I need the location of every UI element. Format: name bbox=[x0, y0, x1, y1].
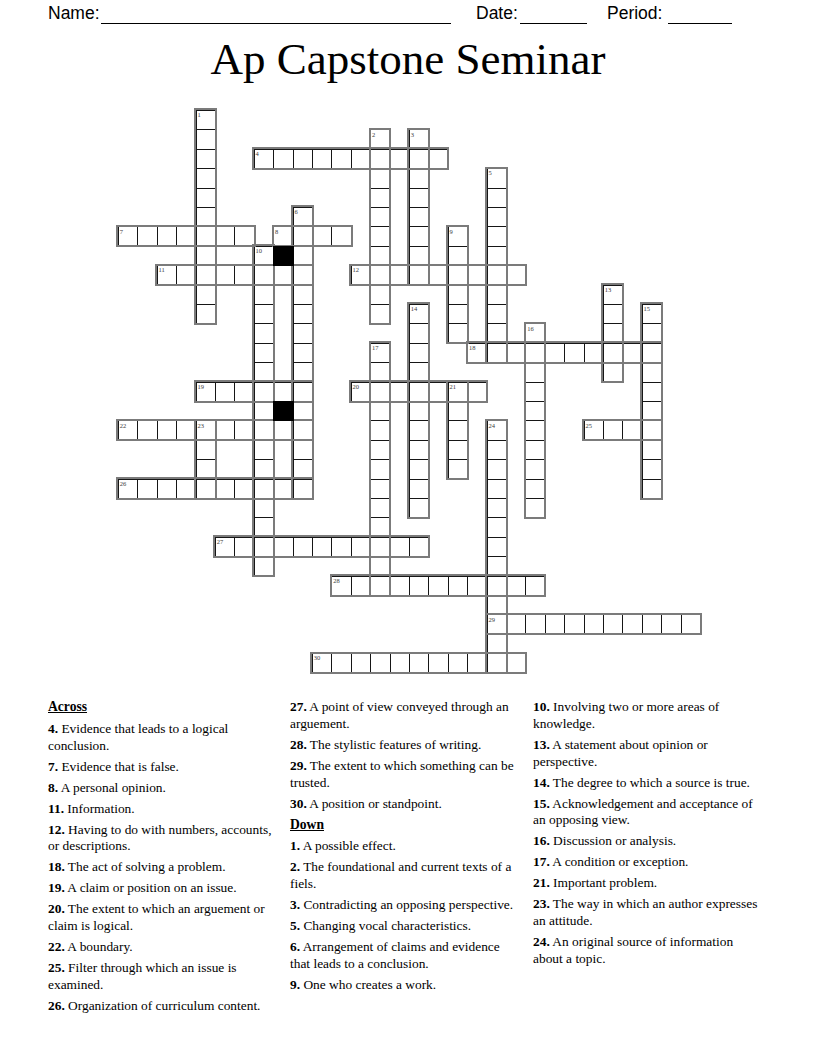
grid-cell[interactable] bbox=[487, 595, 507, 615]
grid-cell[interactable] bbox=[196, 188, 216, 208]
grid-cell[interactable] bbox=[273, 420, 293, 440]
grid-cell[interactable] bbox=[254, 401, 274, 421]
grid-cell[interactable] bbox=[661, 614, 681, 634]
grid-cell[interactable] bbox=[196, 285, 216, 305]
grid-cell[interactable] bbox=[312, 149, 332, 169]
grid-cell[interactable] bbox=[409, 246, 429, 266]
grid-cell[interactable] bbox=[351, 653, 371, 673]
clue-number-label: 19. bbox=[48, 880, 65, 895]
clue-d13: 13. A statement about opinion or perspec… bbox=[533, 737, 765, 771]
clue-d16: 16. Discussion or analysis. bbox=[533, 833, 765, 850]
grid-cell[interactable] bbox=[525, 479, 545, 499]
grid-cell[interactable] bbox=[487, 304, 507, 324]
grid-cell[interactable] bbox=[467, 343, 487, 363]
grid-cell[interactable] bbox=[487, 634, 507, 654]
grid-cell[interactable] bbox=[642, 362, 662, 382]
grid-cell[interactable] bbox=[254, 556, 274, 576]
clue-number-label: 28. bbox=[290, 737, 307, 752]
clue-a12: 12. Having to do with numbers, accounts,… bbox=[48, 822, 280, 856]
grid-cell[interactable] bbox=[293, 323, 313, 343]
grid-cell[interactable] bbox=[642, 420, 662, 440]
grid-cell[interactable] bbox=[525, 323, 545, 343]
clue-number-label: 6. bbox=[290, 939, 300, 954]
grid-cell[interactable] bbox=[428, 265, 448, 285]
clue-column-1: Across4. Evidence that leads to a logica… bbox=[48, 699, 280, 1019]
grid-cell[interactable] bbox=[293, 246, 313, 266]
grid-cell[interactable] bbox=[273, 537, 293, 557]
grid-cell[interactable] bbox=[409, 226, 429, 246]
grid-cell[interactable] bbox=[487, 576, 507, 596]
grid-cell[interactable] bbox=[487, 498, 507, 518]
clue-d2: 2. The foundational and current texts of… bbox=[290, 859, 522, 893]
grid-cell[interactable] bbox=[525, 459, 545, 479]
grid-cell[interactable] bbox=[196, 382, 216, 402]
grid-cell[interactable] bbox=[370, 653, 390, 673]
grid-cell[interactable] bbox=[642, 304, 662, 324]
grid-cell[interactable] bbox=[157, 226, 177, 246]
grid-cell[interactable] bbox=[370, 440, 390, 460]
grid-cell[interactable] bbox=[487, 653, 507, 673]
grid-cell[interactable] bbox=[293, 265, 313, 285]
grid-cell[interactable] bbox=[254, 440, 274, 460]
grid-cell[interactable] bbox=[254, 459, 274, 479]
clue-d10: 10. Involving two or more areas of knowl… bbox=[533, 699, 765, 733]
grid-cell[interactable] bbox=[390, 576, 410, 596]
grid-cell[interactable] bbox=[487, 188, 507, 208]
grid-cell[interactable] bbox=[409, 343, 429, 363]
name-blank-line[interactable] bbox=[101, 6, 451, 24]
grid-cell[interactable] bbox=[409, 537, 429, 557]
clue-number-label: 27. bbox=[290, 699, 307, 714]
grid-cell[interactable] bbox=[293, 226, 313, 246]
grid-cell[interactable] bbox=[487, 207, 507, 227]
grid-cell[interactable] bbox=[603, 323, 623, 343]
grid-cell[interactable] bbox=[234, 265, 254, 285]
clue-number-label: 22. bbox=[48, 939, 65, 954]
grid-cell[interactable] bbox=[331, 226, 351, 246]
clue-a7: 7. Evidence that is false. bbox=[48, 759, 280, 776]
grid-cell[interactable] bbox=[448, 323, 468, 343]
clue-d6: 6. Arrangement of claims and evidence th… bbox=[290, 939, 522, 973]
grid-cell[interactable] bbox=[370, 517, 390, 537]
grid-cell[interactable] bbox=[370, 479, 390, 499]
grid-cell[interactable] bbox=[448, 265, 468, 285]
grid-cell[interactable] bbox=[293, 479, 313, 499]
grid-cell[interactable] bbox=[254, 382, 274, 402]
grid-cell[interactable] bbox=[370, 498, 390, 518]
grid-cell[interactable] bbox=[331, 537, 351, 557]
grid-cell[interactable] bbox=[409, 323, 429, 343]
grid-cell[interactable] bbox=[603, 420, 623, 440]
grid-cell[interactable] bbox=[254, 517, 274, 537]
clue-column-3: 10. Involving two or more areas of knowl… bbox=[533, 699, 765, 972]
clue-a22: 22. A boundary. bbox=[48, 939, 280, 956]
grid-cell[interactable] bbox=[370, 129, 390, 149]
clue-number-label: 26. bbox=[48, 998, 65, 1013]
grid-cell[interactable] bbox=[293, 440, 313, 460]
grid-cell-black bbox=[273, 401, 293, 421]
grid-cell[interactable] bbox=[234, 420, 254, 440]
grid-cell[interactable] bbox=[409, 207, 429, 227]
grid-cell[interactable] bbox=[409, 653, 429, 673]
grid-cell[interactable] bbox=[506, 653, 526, 673]
clue-a30: 30. A position or standpoint. bbox=[290, 796, 522, 813]
grid-cell[interactable] bbox=[157, 265, 177, 285]
grid-cell[interactable] bbox=[603, 614, 623, 634]
clue-a26: 26. Organization of curriculum content. bbox=[48, 998, 280, 1015]
clue-number-label: 20. bbox=[48, 901, 65, 916]
grid-cell[interactable] bbox=[525, 440, 545, 460]
grid-cell[interactable] bbox=[196, 110, 216, 130]
grid-cell[interactable] bbox=[331, 149, 351, 169]
grid-cell[interactable] bbox=[603, 285, 623, 305]
grid-cell[interactable] bbox=[254, 323, 274, 343]
grid-cell[interactable] bbox=[642, 323, 662, 343]
grid-cell[interactable] bbox=[215, 265, 235, 285]
grid-cell[interactable] bbox=[506, 265, 526, 285]
clue-d23: 23. The way in which an author expresses… bbox=[533, 896, 765, 930]
grid-cell[interactable] bbox=[254, 265, 274, 285]
grid-cell[interactable] bbox=[409, 440, 429, 460]
grid-cell[interactable] bbox=[428, 149, 448, 169]
grid-cell[interactable] bbox=[331, 653, 351, 673]
grid-cell[interactable] bbox=[448, 576, 468, 596]
clue-a25: 25. Filter through which an issue is exa… bbox=[48, 960, 280, 994]
grid-cell[interactable] bbox=[487, 459, 507, 479]
grid-cell[interactable] bbox=[409, 362, 429, 382]
grid-cell[interactable] bbox=[254, 498, 274, 518]
grid-cell[interactable] bbox=[293, 537, 313, 557]
grid-cell[interactable] bbox=[525, 420, 545, 440]
grid-cell[interactable] bbox=[215, 226, 235, 246]
grid-cell[interactable] bbox=[351, 149, 371, 169]
date-blank-line[interactable] bbox=[520, 6, 587, 24]
grid-cell[interactable] bbox=[254, 149, 274, 169]
page-title: Ap Capstone Seminar bbox=[0, 33, 816, 85]
grid-cell[interactable] bbox=[273, 226, 293, 246]
grid-cell[interactable] bbox=[390, 265, 410, 285]
grid-cell[interactable] bbox=[215, 479, 235, 499]
grid-cell[interactable] bbox=[487, 285, 507, 305]
grid-cell[interactable] bbox=[370, 285, 390, 305]
grid-cell[interactable] bbox=[312, 537, 332, 557]
grid-cell[interactable] bbox=[273, 479, 293, 499]
grid-cell[interactable] bbox=[234, 479, 254, 499]
grid-cell[interactable] bbox=[370, 168, 390, 188]
grid-cell[interactable] bbox=[506, 614, 526, 634]
grid-cell[interactable] bbox=[273, 265, 293, 285]
grid-cell[interactable] bbox=[525, 382, 545, 402]
grid-cell[interactable] bbox=[254, 362, 274, 382]
clue-number-label: 15. bbox=[533, 796, 550, 811]
grid-cell[interactable] bbox=[409, 188, 429, 208]
clue-d15: 15. Acknowledgement and acceptance of an… bbox=[533, 796, 765, 830]
clue-d24: 24. An original source of information ab… bbox=[533, 934, 765, 968]
grid-cell[interactable] bbox=[428, 576, 448, 596]
grid-cell[interactable] bbox=[428, 653, 448, 673]
grid-cell[interactable] bbox=[448, 653, 468, 673]
grid-cell[interactable] bbox=[525, 343, 545, 363]
grid-cell[interactable] bbox=[293, 304, 313, 324]
grid-cell[interactable] bbox=[293, 285, 313, 305]
grid-cell[interactable] bbox=[370, 207, 390, 227]
grid-cell[interactable] bbox=[370, 265, 390, 285]
clue-a20: 20. The extent to which an arguement or … bbox=[48, 901, 280, 935]
grid-cell[interactable] bbox=[370, 246, 390, 266]
clue-number-label: 25. bbox=[48, 960, 65, 975]
grid-cell[interactable] bbox=[196, 246, 216, 266]
grid-cell[interactable] bbox=[370, 362, 390, 382]
grid-cell[interactable] bbox=[196, 149, 216, 169]
clue-a27: 27. A point of view conveyed through an … bbox=[290, 699, 522, 733]
grid-cell[interactable] bbox=[137, 420, 157, 440]
grid-cell[interactable] bbox=[564, 614, 584, 634]
clue-number-label: 9. bbox=[290, 977, 300, 992]
grid-cell[interactable] bbox=[525, 362, 545, 382]
grid-cell[interactable] bbox=[448, 420, 468, 440]
grid-cell[interactable] bbox=[487, 323, 507, 343]
grid-cell[interactable] bbox=[487, 265, 507, 285]
clue-number-label: 11. bbox=[48, 801, 64, 816]
clue-d5: 5. Changing vocal characteristics. bbox=[290, 918, 522, 935]
grid-cell[interactable] bbox=[196, 265, 216, 285]
grid-cell[interactable] bbox=[293, 343, 313, 363]
grid-cell[interactable] bbox=[642, 382, 662, 402]
clue-d14: 14. The degree to which a source is true… bbox=[533, 775, 765, 792]
grid-cell[interactable] bbox=[331, 576, 351, 596]
grid-cell[interactable] bbox=[409, 576, 429, 596]
grid-cell[interactable] bbox=[118, 420, 138, 440]
grid-cell[interactable] bbox=[234, 382, 254, 402]
grid-cell[interactable] bbox=[487, 517, 507, 537]
grid-cell[interactable] bbox=[351, 576, 371, 596]
clue-number-label: 5. bbox=[290, 918, 300, 933]
grid-cell[interactable] bbox=[254, 479, 274, 499]
grid-cell[interactable] bbox=[584, 343, 604, 363]
clue-a4: 4. Evidence that leads to a logical conc… bbox=[48, 721, 280, 755]
grid-cell[interactable] bbox=[196, 129, 216, 149]
grid-cell[interactable] bbox=[196, 459, 216, 479]
grid-cell[interactable] bbox=[176, 226, 196, 246]
grid-cell[interactable] bbox=[487, 226, 507, 246]
grid-cell[interactable] bbox=[525, 498, 545, 518]
grid-cell[interactable] bbox=[506, 343, 526, 363]
clue-column-2: 27. A point of view conveyed through an … bbox=[290, 699, 522, 998]
grid-cell[interactable] bbox=[370, 556, 390, 576]
grid-cell[interactable] bbox=[487, 479, 507, 499]
grid-cell[interactable] bbox=[428, 382, 448, 402]
grid-cell[interactable] bbox=[293, 149, 313, 169]
grid-cell[interactable] bbox=[254, 537, 274, 557]
grid-cell[interactable] bbox=[137, 479, 157, 499]
grid-cell[interactable] bbox=[487, 168, 507, 188]
grid-cell[interactable] bbox=[487, 537, 507, 557]
grid-cell[interactable] bbox=[293, 362, 313, 382]
grid-cell[interactable] bbox=[370, 343, 390, 363]
grid-cell[interactable] bbox=[370, 420, 390, 440]
grid-cell[interactable] bbox=[196, 226, 216, 246]
grid-cell[interactable] bbox=[506, 576, 526, 596]
grid-cell[interactable] bbox=[196, 479, 216, 499]
grid-cell[interactable] bbox=[467, 382, 487, 402]
grid-cell[interactable] bbox=[390, 382, 410, 402]
grid-cell[interactable] bbox=[487, 614, 507, 634]
grid-cell[interactable] bbox=[584, 420, 604, 440]
grid-cell[interactable] bbox=[622, 420, 642, 440]
period-label: Period: bbox=[607, 3, 662, 24]
clue-number-label: 7. bbox=[48, 759, 58, 774]
name-label: Name: bbox=[48, 3, 100, 24]
grid-cell[interactable] bbox=[390, 537, 410, 557]
grid-cell[interactable] bbox=[351, 382, 371, 402]
clue-d1: 1. A possible effect. bbox=[290, 838, 522, 855]
clue-number-label: 8. bbox=[48, 780, 58, 795]
grid-cell[interactable] bbox=[370, 149, 390, 169]
grid-cell[interactable] bbox=[642, 401, 662, 421]
grid-cell[interactable] bbox=[370, 401, 390, 421]
clue-number-label: 13. bbox=[533, 737, 550, 752]
across-header: Across bbox=[48, 699, 280, 716]
grid-cell[interactable] bbox=[390, 149, 410, 169]
grid-cell[interactable] bbox=[254, 343, 274, 363]
grid-cell[interactable] bbox=[525, 401, 545, 421]
grid-cell[interactable] bbox=[196, 420, 216, 440]
grid-cell[interactable] bbox=[448, 304, 468, 324]
grid-cell[interactable] bbox=[157, 420, 177, 440]
grid-cell[interactable] bbox=[642, 459, 662, 479]
grid-cell[interactable] bbox=[467, 265, 487, 285]
grid-cell[interactable] bbox=[409, 304, 429, 324]
grid-cell[interactable] bbox=[448, 246, 468, 266]
crossword-grid: 1234567891011121314151617181920212223242… bbox=[118, 110, 702, 676]
grid-cell[interactable] bbox=[118, 226, 138, 246]
grid-cell[interactable] bbox=[467, 576, 487, 596]
clue-a29: 29. The extent to which something can be… bbox=[290, 758, 522, 792]
grid-cell[interactable] bbox=[467, 653, 487, 673]
grid-cell[interactable] bbox=[409, 459, 429, 479]
grid-cell[interactable] bbox=[487, 440, 507, 460]
grid-cell[interactable] bbox=[234, 537, 254, 557]
grid-cell[interactable] bbox=[312, 226, 332, 246]
clue-number-label: 12. bbox=[48, 822, 65, 837]
grid-cell[interactable] bbox=[409, 401, 429, 421]
grid-cell[interactable] bbox=[487, 420, 507, 440]
grid-cell[interactable] bbox=[370, 226, 390, 246]
grid-cell[interactable] bbox=[293, 207, 313, 227]
grid-cell[interactable] bbox=[448, 440, 468, 460]
grid-cell[interactable] bbox=[603, 362, 623, 382]
clue-d3: 3. Contradicting an opposing perspective… bbox=[290, 897, 522, 914]
grid-cell[interactable] bbox=[409, 498, 429, 518]
grid-cell[interactable] bbox=[293, 382, 313, 402]
grid-cell[interactable] bbox=[487, 343, 507, 363]
grid-cell[interactable] bbox=[370, 576, 390, 596]
grid-cell[interactable] bbox=[370, 304, 390, 324]
grid-cell[interactable] bbox=[196, 168, 216, 188]
grid-cell[interactable] bbox=[196, 440, 216, 460]
grid-cell[interactable] bbox=[487, 556, 507, 576]
grid-cell[interactable] bbox=[409, 265, 429, 285]
grid-cell[interactable] bbox=[157, 479, 177, 499]
clue-number-label: 24. bbox=[533, 934, 550, 949]
clue-d17: 17. A condition or exception. bbox=[533, 854, 765, 871]
grid-cell[interactable] bbox=[409, 382, 429, 402]
grid-cell[interactable] bbox=[273, 382, 293, 402]
grid-cell[interactable] bbox=[254, 304, 274, 324]
grid-cell[interactable] bbox=[525, 614, 545, 634]
grid-cell[interactable] bbox=[312, 653, 332, 673]
grid-cell[interactable] bbox=[215, 382, 235, 402]
grid-cell[interactable] bbox=[254, 246, 274, 266]
grid-cell[interactable] bbox=[642, 479, 662, 499]
grid-cell[interactable] bbox=[293, 459, 313, 479]
grid-cell[interactable] bbox=[118, 479, 138, 499]
grid-cell[interactable] bbox=[448, 382, 468, 402]
grid-cell[interactable] bbox=[370, 459, 390, 479]
grid-cell[interactable] bbox=[409, 129, 429, 149]
grid-cell[interactable] bbox=[254, 420, 274, 440]
grid-cell[interactable] bbox=[525, 576, 545, 596]
grid-cell[interactable] bbox=[390, 653, 410, 673]
grid-cell[interactable] bbox=[370, 537, 390, 557]
grid-cell[interactable] bbox=[409, 149, 429, 169]
grid-cell[interactable] bbox=[409, 168, 429, 188]
grid-cell[interactable] bbox=[603, 304, 623, 324]
grid-cell[interactable] bbox=[622, 614, 642, 634]
grid-cell[interactable] bbox=[137, 226, 157, 246]
grid-cell-black bbox=[273, 246, 293, 266]
grid-cell[interactable] bbox=[642, 614, 662, 634]
grid-cell[interactable] bbox=[681, 614, 701, 634]
grid-cell[interactable] bbox=[293, 401, 313, 421]
period-blank-line[interactable] bbox=[668, 6, 732, 24]
grid-cell[interactable] bbox=[409, 479, 429, 499]
grid-cell[interactable] bbox=[293, 420, 313, 440]
grid-cell[interactable] bbox=[409, 420, 429, 440]
grid-cell[interactable] bbox=[196, 304, 216, 324]
grid-cell[interactable] bbox=[448, 459, 468, 479]
clue-number-label: 10. bbox=[533, 699, 550, 714]
clue-number-label: 16. bbox=[533, 833, 550, 848]
grid-cell[interactable] bbox=[642, 440, 662, 460]
grid-cell[interactable] bbox=[448, 285, 468, 305]
grid-cell[interactable] bbox=[273, 149, 293, 169]
clue-a28: 28. The stylistic features of writing. bbox=[290, 737, 522, 754]
grid-cell[interactable] bbox=[176, 420, 196, 440]
grid-cell[interactable] bbox=[234, 226, 254, 246]
grid-cell[interactable] bbox=[584, 614, 604, 634]
grid-cell[interactable] bbox=[448, 401, 468, 421]
grid-cell[interactable] bbox=[254, 285, 274, 305]
grid-cell[interactable] bbox=[215, 537, 235, 557]
grid-cell[interactable] bbox=[642, 343, 662, 363]
grid-cell[interactable] bbox=[370, 188, 390, 208]
grid-cell[interactable] bbox=[564, 343, 584, 363]
grid-cell[interactable] bbox=[545, 343, 565, 363]
grid-cell[interactable] bbox=[622, 343, 642, 363]
grid-cell[interactable] bbox=[487, 246, 507, 266]
grid-cell[interactable] bbox=[448, 226, 468, 246]
grid-cell[interactable] bbox=[176, 265, 196, 285]
grid-cell[interactable] bbox=[351, 265, 371, 285]
grid-cell[interactable] bbox=[545, 614, 565, 634]
grid-cell[interactable] bbox=[351, 537, 371, 557]
grid-cell[interactable] bbox=[370, 382, 390, 402]
grid-cell[interactable] bbox=[196, 207, 216, 227]
grid-cell[interactable] bbox=[215, 420, 235, 440]
grid-cell[interactable] bbox=[176, 479, 196, 499]
grid-cell[interactable] bbox=[603, 343, 623, 363]
